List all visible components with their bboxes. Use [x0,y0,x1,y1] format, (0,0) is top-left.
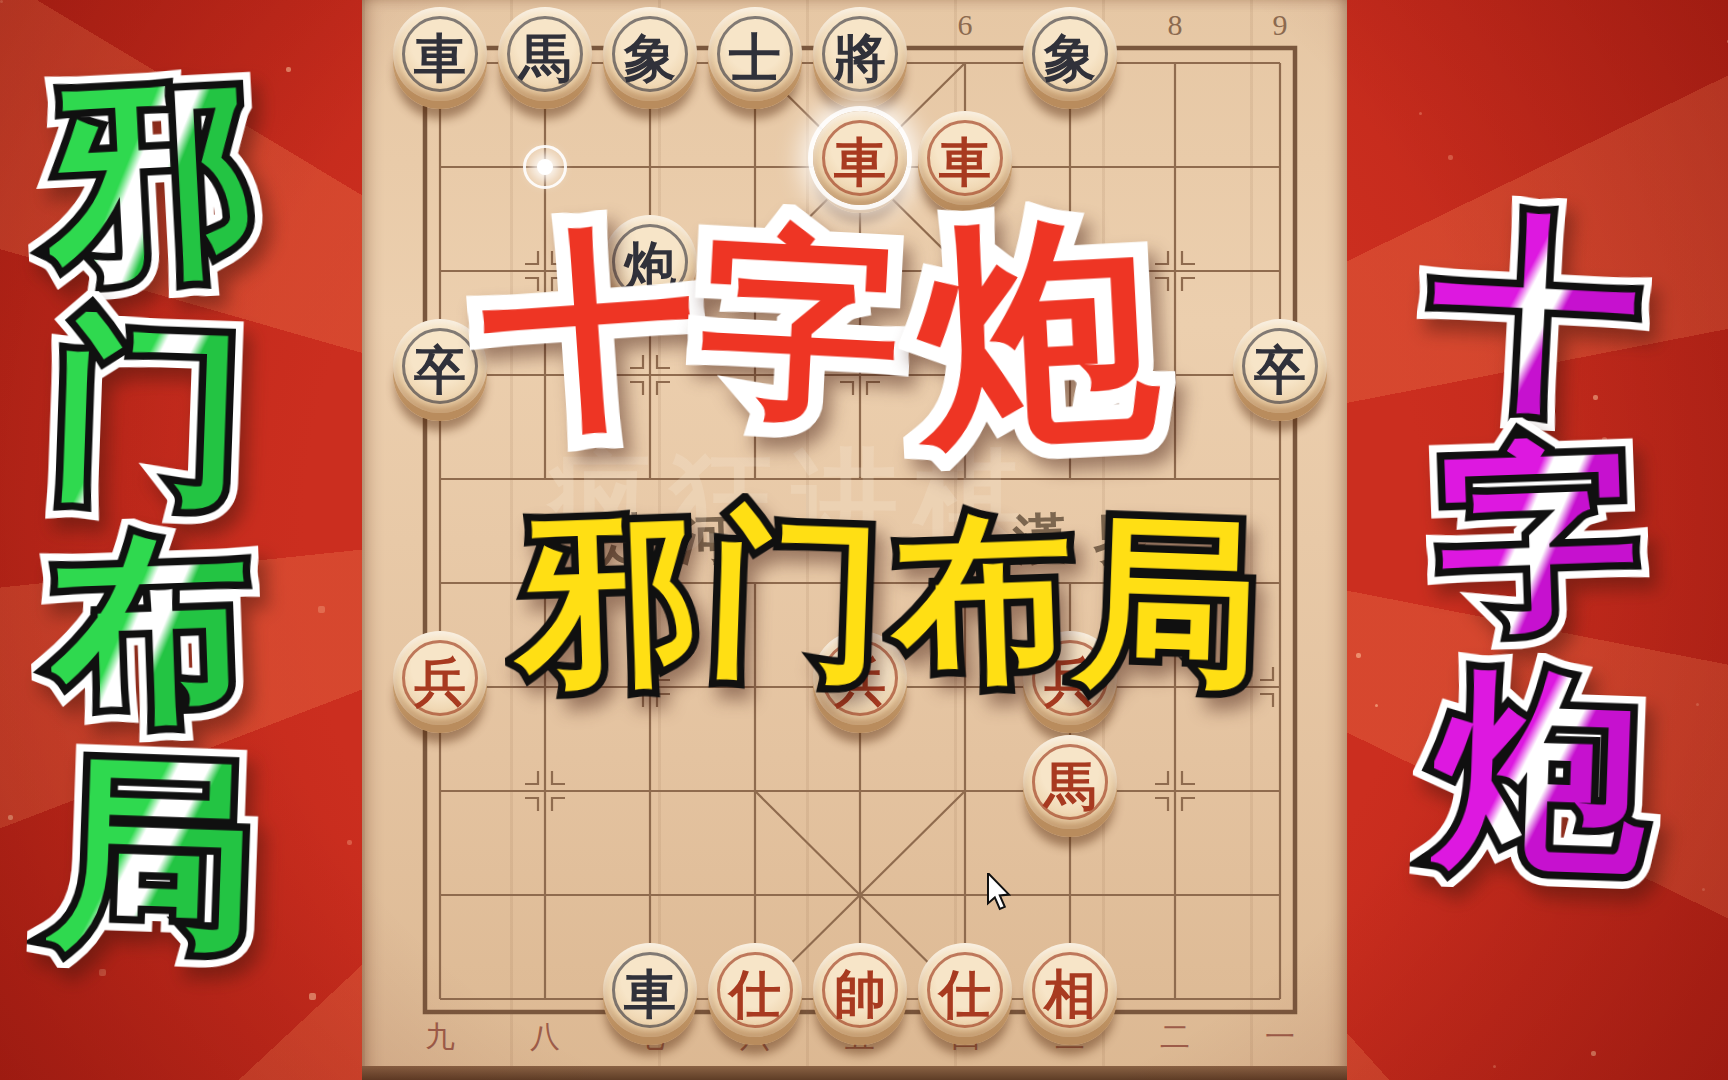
background-speck [0,0,3,3]
piece-red-馬[interactable]: 馬 [1022,735,1118,839]
river-char: 楚 [597,503,654,578]
last-move-origin-dot [523,145,567,189]
bottom-file-label: 二 [1160,1017,1190,1058]
background-speck [1696,703,1699,706]
bottom-file-label: 一 [1265,1017,1295,1058]
board-bottom-edge [362,1066,1347,1080]
river-char: 界 [1092,503,1149,578]
river-char: 河 [677,503,734,578]
background-speck [1493,1065,1496,1068]
piece-red-仕[interactable]: 仕 [707,943,803,1047]
background-speck [99,969,106,976]
piece-red-兵[interactable]: 兵 [812,631,908,735]
piece-black-車[interactable]: 車 [602,943,698,1047]
xiangqi-board[interactable]: 123456789 九八七六五四三二一 楚河 漢界 車馬象士將象車車炮卒卒兵兵兵… [362,0,1347,1080]
bottom-file-label: 九 [425,1017,455,1058]
bottom-file-label: 八 [530,1017,560,1058]
piece-black-士[interactable]: 士 [707,7,803,111]
background-speck [1375,704,1378,707]
piece-black-馬[interactable]: 馬 [497,7,593,111]
mouse-cursor-icon [986,873,1016,913]
background-speck [114,327,121,334]
top-file-label: 9 [1273,8,1288,42]
piece-black-炮[interactable]: 炮 [602,215,698,319]
background-speck [49,228,54,233]
piece-black-車[interactable]: 車 [392,7,488,111]
background-speck [1356,653,1361,658]
top-file-label: 6 [958,8,973,42]
piece-red-帥[interactable]: 帥 [812,943,908,1047]
piece-red-車[interactable]: 車 [917,111,1013,215]
background-speck [347,840,352,845]
piece-red-相[interactable]: 相 [1022,943,1118,1047]
piece-black-將[interactable]: 將 [812,7,908,111]
background-speck [286,67,291,72]
background-speck [309,993,316,1000]
piece-red-兵[interactable]: 兵 [392,631,488,735]
background-speck [8,815,13,820]
top-file-label: 8 [1168,8,1183,42]
background-speck [1602,437,1607,442]
piece-black-象[interactable]: 象 [602,7,698,111]
thumbnail-stage: 123456789 九八七六五四三二一 楚河 漢界 車馬象士將象車車炮卒卒兵兵兵… [0,0,1728,1080]
background-speck [1591,1051,1596,1056]
piece-black-卒[interactable]: 卒 [392,319,488,423]
background-speck [1593,395,1598,400]
background-speck [318,606,325,613]
river-char: 漢 [1012,503,1069,578]
background-speck [1419,112,1422,115]
background-speck [1702,888,1705,891]
piece-black-象[interactable]: 象 [1022,7,1118,111]
piece-black-卒[interactable]: 卒 [1232,319,1328,423]
piece-red-仕[interactable]: 仕 [917,943,1013,1047]
piece-red-兵[interactable]: 兵 [1022,631,1118,735]
background-speck [1448,155,1453,160]
piece-red-車[interactable]: 車 [812,111,908,215]
